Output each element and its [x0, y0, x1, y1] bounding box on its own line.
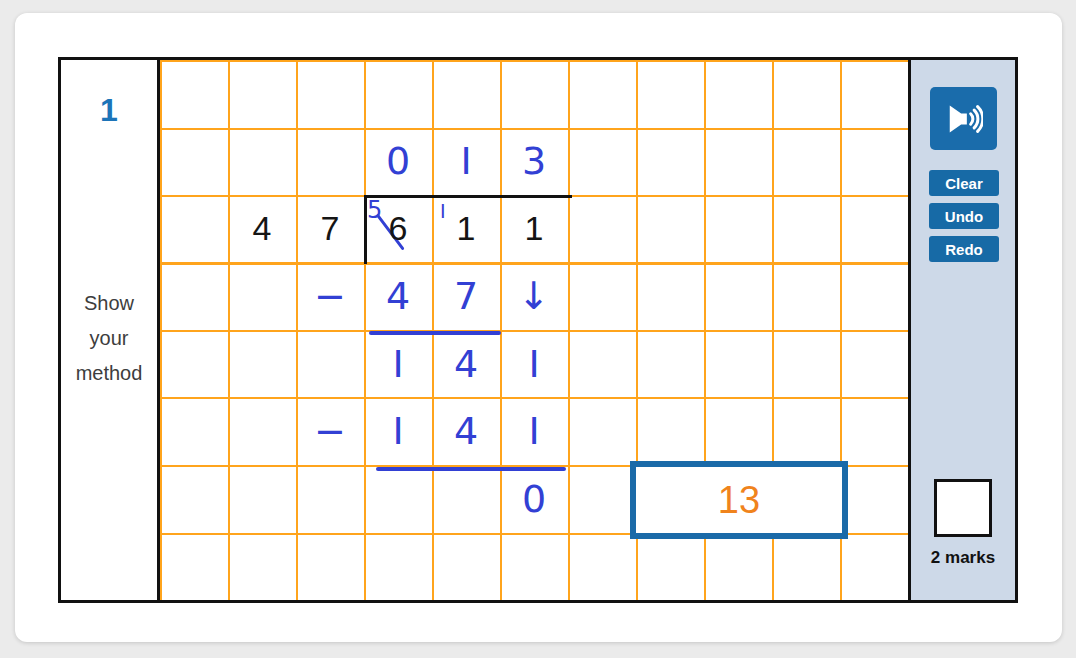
undo-button[interactable]: Undo	[929, 203, 999, 229]
handwritten-digit: I	[500, 398, 568, 466]
question-label-column: 1 Show your method	[61, 60, 160, 600]
redo-button[interactable]: Redo	[929, 236, 999, 262]
printed-digit: 4	[228, 195, 296, 263]
answer-box[interactable]: 13	[630, 461, 848, 539]
handwritten-digit: 4	[432, 398, 500, 466]
page: { "game": "long-division worksheet (KS2 …	[0, 0, 1076, 658]
clear-button[interactable]: Clear	[929, 170, 999, 196]
audio-button[interactable]	[930, 87, 997, 150]
printed-digit: 7	[296, 195, 364, 263]
question-number: 1	[61, 92, 157, 129]
handwritten-digit: 0	[500, 465, 568, 533]
handwritten-digit: 0	[364, 128, 432, 196]
subtraction-line-2	[376, 467, 566, 471]
instruction-text: Show your method	[61, 286, 157, 391]
question-card: 1 Show your method 13 0I3476115I−47↓I4I−…	[15, 13, 1062, 642]
question-box: 1 Show your method 13 0I3476115I−47↓I4I−…	[58, 57, 1018, 603]
handwritten-digit: I	[364, 398, 432, 466]
working-grid[interactable]: 13 0I3476115I−47↓I4I−I4I0	[160, 60, 908, 600]
marks-label: 2 marks	[911, 548, 1015, 568]
division-bracket	[364, 195, 572, 264]
answer-value: 13	[718, 479, 760, 522]
handwritten-digit: 4	[432, 330, 500, 398]
handwritten-digit: I	[500, 330, 568, 398]
subtraction-line-1	[369, 331, 501, 335]
speaker-icon	[945, 100, 983, 138]
minus-sign: −	[296, 398, 364, 466]
handwritten-digit: 7	[432, 263, 500, 331]
handwritten-digit: 4	[364, 263, 432, 331]
minus-sign: −	[296, 263, 364, 331]
marks-box	[934, 479, 992, 537]
bring-down-arrow: ↓	[500, 263, 568, 331]
toolbar-sidebar: Clear Undo Redo 2 marks	[908, 60, 1015, 600]
handwritten-digit: 3	[500, 128, 568, 196]
handwritten-digit: I	[432, 128, 500, 196]
handwritten-digit: I	[364, 330, 432, 398]
